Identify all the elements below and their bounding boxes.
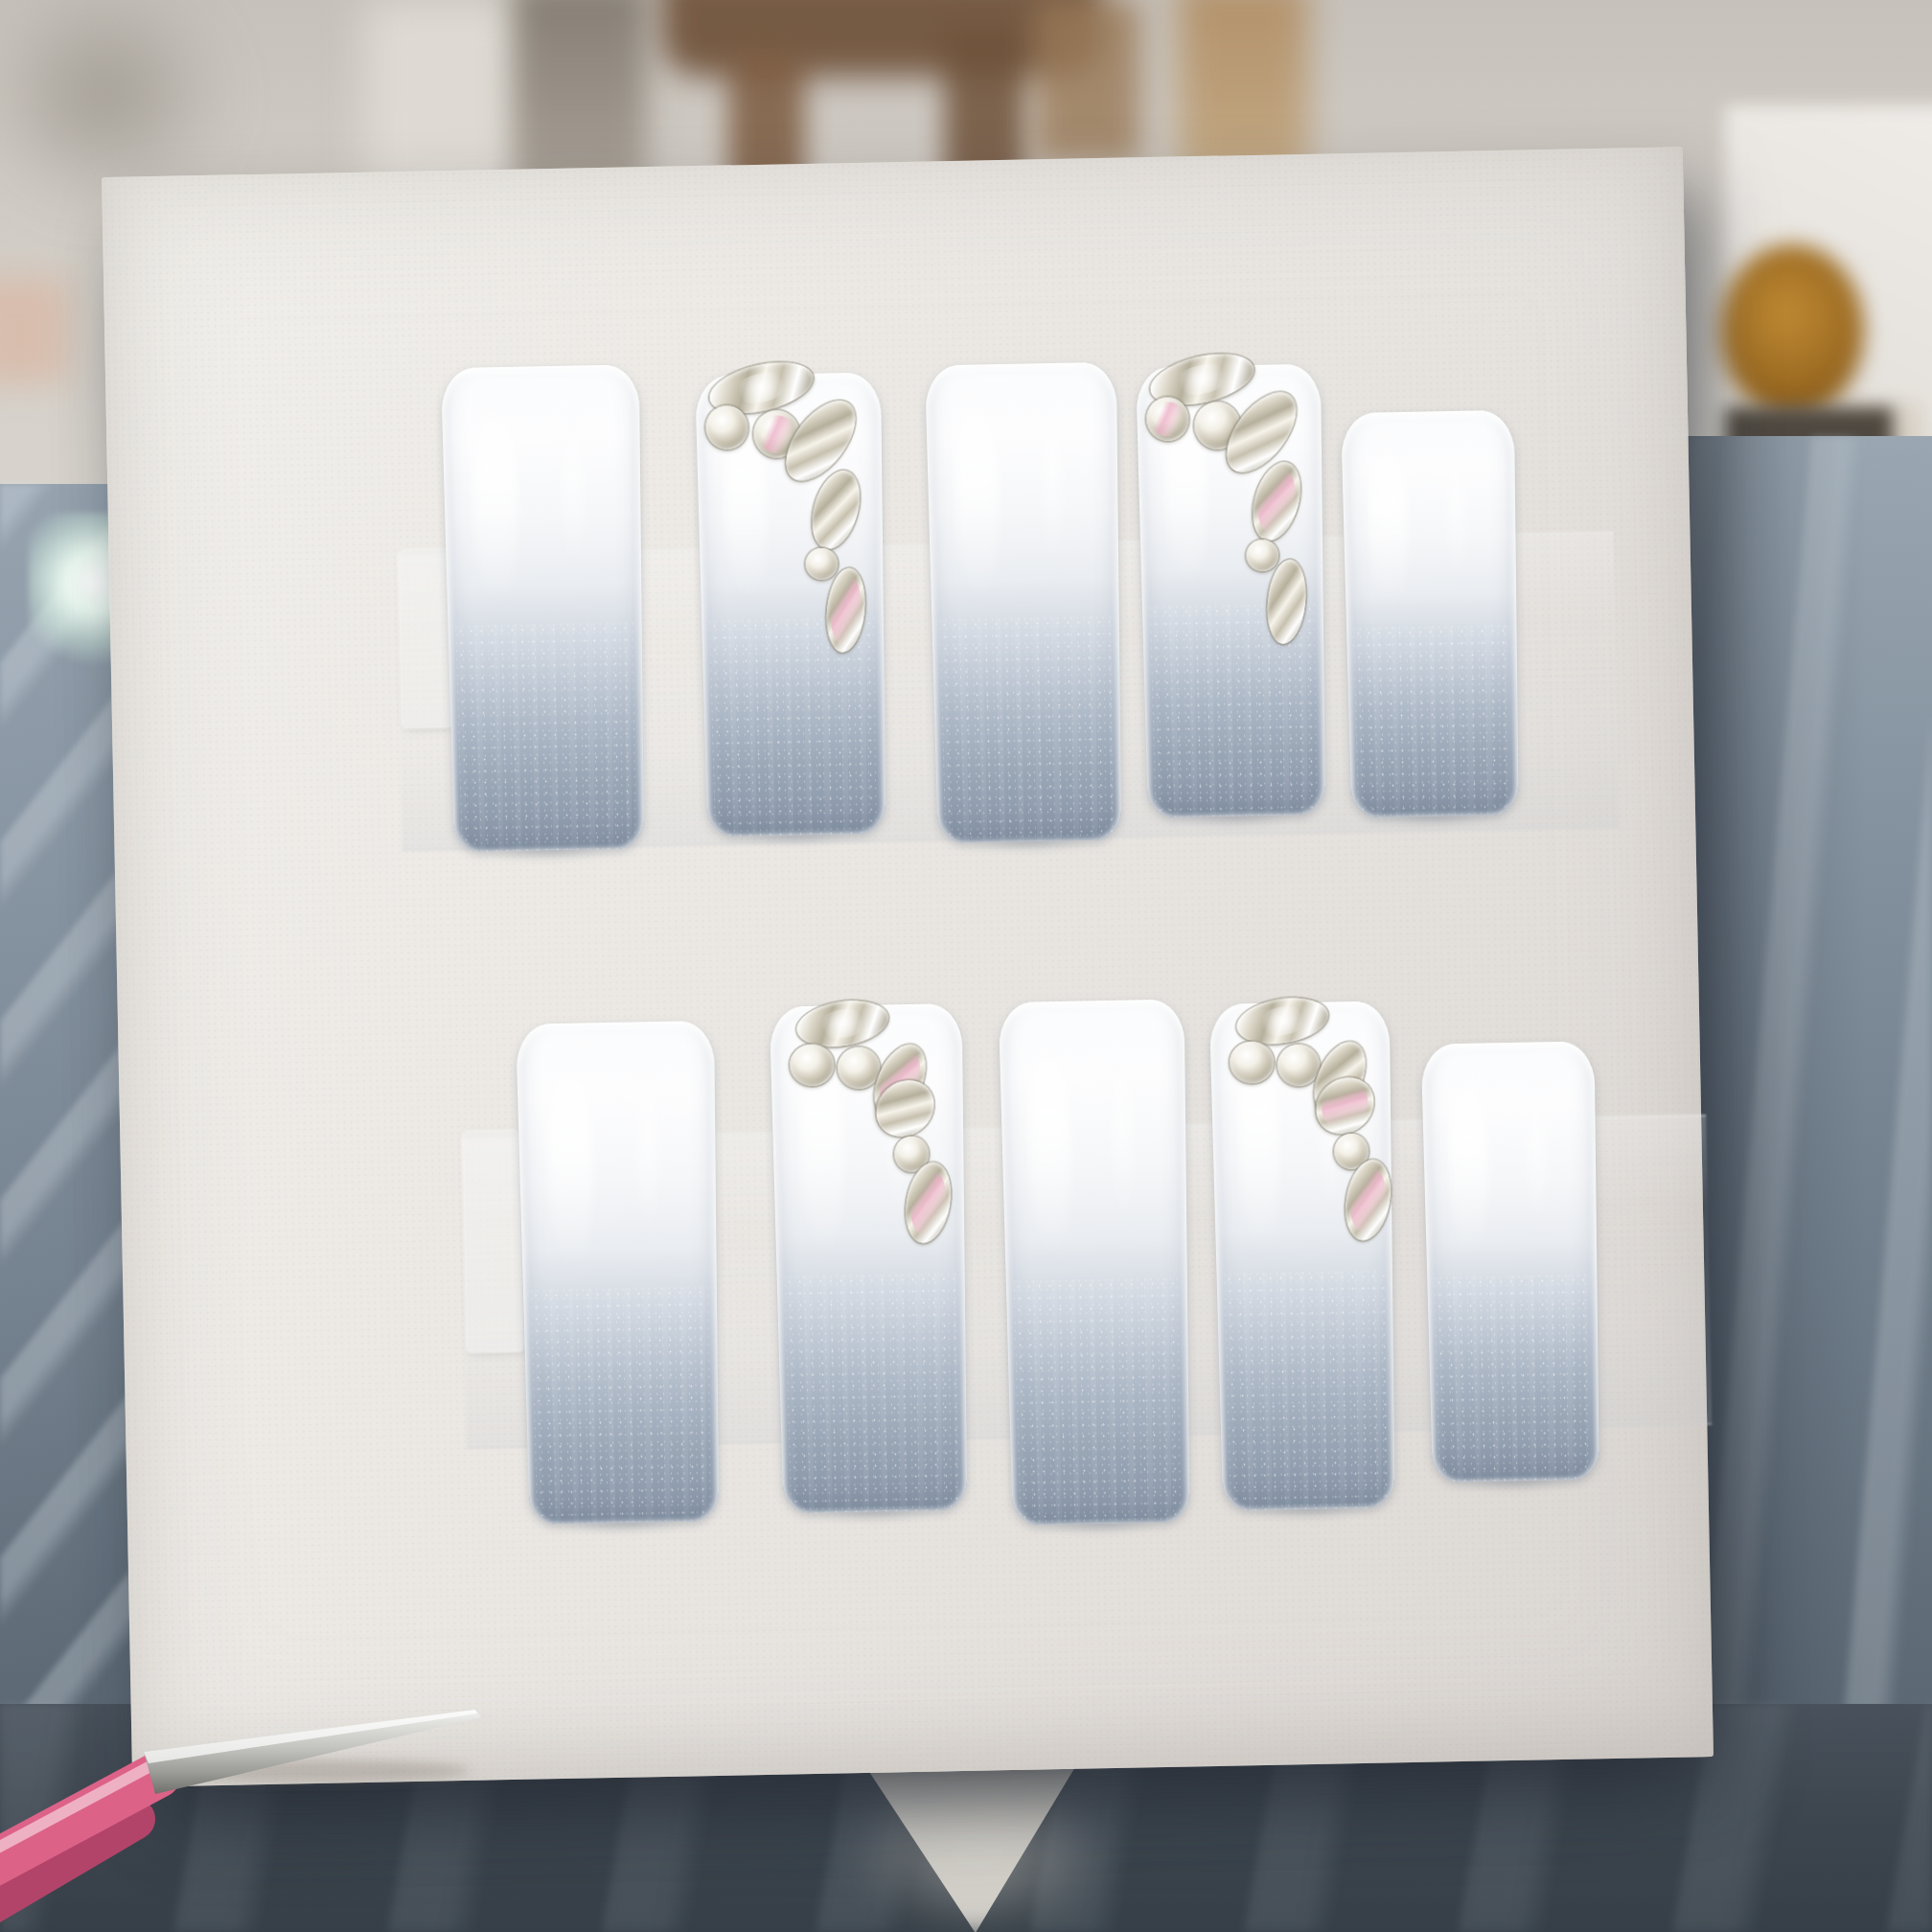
rhinestone — [900, 1160, 955, 1246]
nail-bottom-3 — [999, 999, 1190, 1525]
rhinestone — [805, 548, 838, 580]
gloss-rim — [999, 999, 1190, 1525]
rhinestone-cluster — [695, 372, 885, 837]
rhinestone — [1245, 457, 1308, 545]
rhinestone — [804, 466, 867, 554]
gloss-rim — [925, 362, 1121, 843]
rhinestone — [1230, 1041, 1275, 1083]
background-amber-jar — [1720, 244, 1864, 417]
nail-surface — [1421, 1041, 1599, 1483]
nail-surface — [925, 362, 1121, 843]
gloss-rim — [516, 1021, 719, 1525]
rhinestone — [1146, 397, 1189, 441]
card-vignette — [102, 147, 1713, 1786]
nail-top-4 — [1136, 364, 1325, 818]
rhinestone — [790, 1044, 835, 1086]
nail-surface — [516, 1021, 719, 1525]
nail-top-3 — [925, 362, 1121, 843]
nail-top-2 — [695, 372, 885, 837]
nail-top-5 — [1341, 410, 1519, 818]
rhinestone — [823, 566, 868, 654]
rhinestone-cluster — [1136, 364, 1325, 818]
rhinestone — [1340, 1157, 1395, 1243]
rhinestone — [838, 1046, 881, 1089]
rhinestone — [1264, 559, 1309, 646]
nail-surface — [441, 364, 644, 852]
photo-scene — [0, 0, 1932, 1932]
rhinestone — [1277, 1044, 1321, 1086]
nail-bottom-1 — [516, 1021, 719, 1525]
nail-top-1 — [441, 364, 644, 852]
gloss-rim — [1421, 1041, 1599, 1483]
nail-bottom-4 — [1209, 1000, 1395, 1510]
rhinestone — [705, 405, 748, 449]
gloss-rim — [1341, 410, 1519, 818]
rhinestone-cluster — [770, 1003, 967, 1513]
background-chair-seat — [1035, 0, 1140, 163]
display-card — [102, 147, 1713, 1786]
rhinestone-cluster — [1209, 1000, 1395, 1510]
background-blur-blob — [0, 278, 67, 383]
nail-surface — [1341, 410, 1519, 818]
gloss-rim — [441, 364, 644, 852]
rhinestone — [1246, 540, 1278, 571]
nail-surface — [999, 999, 1190, 1525]
nail-bottom-5 — [1421, 1041, 1599, 1483]
nail-bottom-2 — [770, 1003, 967, 1513]
